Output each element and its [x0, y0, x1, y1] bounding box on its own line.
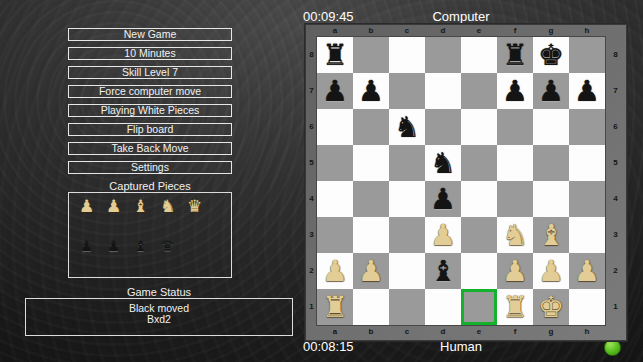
white-pawn-b2[interactable]: ♟ [353, 253, 389, 289]
board-squares: ♜♜♚♟♟♟♟♟♞♞♟♟♞♝♟♟♝♟♟♟♜♜♚ [317, 37, 605, 325]
rank-labels-left: 87654321 [306, 37, 317, 325]
square-c2[interactable] [389, 253, 425, 289]
file-label: a [317, 25, 353, 37]
sidebar: New Game10 MinutesSkill Level 7Force com… [68, 28, 232, 180]
square-g8[interactable]: ♚ [533, 37, 569, 73]
captured-white-pieces: ♟♟♝♞♛ [73, 195, 208, 217]
captured-white-queen: ♛ [181, 195, 208, 217]
square-f4[interactable] [497, 181, 533, 217]
square-a2[interactable]: ♟ [317, 253, 353, 289]
square-b3[interactable] [353, 217, 389, 253]
black-pawn-b7[interactable]: ♟ [353, 73, 389, 109]
black-bishop-d2[interactable]: ♝ [425, 253, 461, 289]
square-g1[interactable]: ♚ [533, 289, 569, 325]
file-label: b [353, 325, 389, 340]
file-label: h [569, 25, 605, 37]
rank-labels-right: 87654321 [605, 37, 626, 325]
captured-white-knight: ♞ [154, 195, 181, 217]
file-labels-top: abcdefgh [317, 25, 605, 37]
black-king-g8[interactable]: ♚ [533, 37, 569, 73]
rank-label: 5 [306, 145, 317, 181]
square-a7[interactable]: ♟ [317, 73, 353, 109]
square-d6[interactable] [425, 109, 461, 145]
square-c5[interactable] [389, 145, 425, 181]
chess-app-window: New Game10 MinutesSkill Level 7Force com… [0, 0, 643, 362]
square-d4[interactable]: ♟ [425, 181, 461, 217]
square-b5[interactable] [353, 145, 389, 181]
square-b1[interactable] [353, 289, 389, 325]
square-d5[interactable]: ♞ [425, 145, 461, 181]
black-pawn-d4[interactable]: ♟ [425, 181, 461, 217]
square-g2[interactable]: ♟ [533, 253, 569, 289]
file-label: d [425, 325, 461, 340]
square-f2[interactable]: ♟ [497, 253, 533, 289]
file-labels-bottom: abcdefgh [317, 325, 605, 340]
white-pawn-a2[interactable]: ♟ [317, 253, 353, 289]
file-label: a [317, 325, 353, 340]
square-e5[interactable] [461, 145, 497, 181]
square-b4[interactable] [353, 181, 389, 217]
square-d1[interactable] [425, 289, 461, 325]
square-c7[interactable] [389, 73, 425, 109]
black-knight-c6[interactable]: ♞ [389, 109, 425, 145]
square-b2[interactable]: ♟ [353, 253, 389, 289]
square-a1[interactable]: ♜ [317, 289, 353, 325]
sidebar-button-new-game[interactable]: New Game [68, 28, 232, 41]
square-e3[interactable] [461, 217, 497, 253]
white-bishop-g3[interactable]: ♝ [533, 217, 569, 253]
file-label: f [497, 325, 533, 340]
rank-label: 2 [306, 253, 317, 289]
square-a4[interactable] [317, 181, 353, 217]
black-rook-f8[interactable]: ♜ [497, 37, 533, 73]
sidebar-button-force-computer-move[interactable]: Force computer move [68, 85, 232, 98]
square-e8[interactable] [461, 37, 497, 73]
square-h7[interactable]: ♟ [569, 73, 605, 109]
square-f8[interactable]: ♜ [497, 37, 533, 73]
square-e6[interactable] [461, 109, 497, 145]
file-label: c [389, 25, 425, 37]
rank-label: 1 [306, 289, 317, 325]
square-h6[interactable] [569, 109, 605, 145]
captured-black-queen: ♛ [154, 235, 181, 257]
captured-black-pieces: ♟♟♝♛ [73, 235, 181, 257]
sidebar-button-playing-white-pieces[interactable]: Playing White Pieces [68, 104, 232, 117]
black-pawn-f7[interactable]: ♟ [497, 73, 533, 109]
square-h1[interactable] [569, 289, 605, 325]
file-label: b [353, 25, 389, 37]
square-b8[interactable] [353, 37, 389, 73]
rank-label: 2 [605, 253, 626, 289]
black-pawn-a7[interactable]: ♟ [317, 73, 353, 109]
game-status-title: Game Status [25, 286, 293, 298]
file-label: e [461, 325, 497, 340]
square-e7[interactable] [461, 73, 497, 109]
square-h3[interactable] [569, 217, 605, 253]
square-a6[interactable] [317, 109, 353, 145]
square-e1[interactable] [461, 289, 497, 325]
rank-label: 6 [605, 109, 626, 145]
square-c4[interactable] [389, 181, 425, 217]
sidebar-button-take-back-move[interactable]: Take Back Move [68, 142, 232, 155]
captured-white-pawn: ♟ [100, 195, 127, 217]
square-d2[interactable]: ♝ [425, 253, 461, 289]
square-g4[interactable] [533, 181, 569, 217]
black-rook-a8[interactable]: ♜ [317, 37, 353, 73]
captured-pieces-title: Captured Pieces [68, 180, 232, 192]
human-label: Human [305, 339, 617, 354]
white-knight-f3[interactable]: ♞ [497, 217, 533, 253]
game-status-box: Black moved Bxd2 [25, 298, 293, 336]
captured-pieces-box: ♟♟♝♞♛ ♟♟♝♛ [68, 192, 232, 278]
captured-black-pawn: ♟ [73, 235, 100, 257]
square-h8[interactable] [569, 37, 605, 73]
square-a8[interactable]: ♜ [317, 37, 353, 73]
square-g5[interactable] [533, 145, 569, 181]
sidebar-button-flip-board[interactable]: Flip board [68, 123, 232, 136]
file-label: e [461, 25, 497, 37]
file-label: c [389, 325, 425, 340]
rank-label: 3 [605, 217, 626, 253]
square-d3[interactable]: ♟ [425, 217, 461, 253]
file-label: f [497, 25, 533, 37]
square-d7[interactable] [425, 73, 461, 109]
file-label: g [533, 25, 569, 37]
sidebar-button-settings[interactable]: Settings [68, 161, 232, 174]
square-f1[interactable]: ♜ [497, 289, 533, 325]
rank-label: 3 [306, 217, 317, 253]
white-pawn-f2[interactable]: ♟ [497, 253, 533, 289]
white-king-g1[interactable]: ♚ [533, 289, 569, 325]
black-pawn-h7[interactable]: ♟ [569, 73, 605, 109]
white-pawn-d3[interactable]: ♟ [425, 217, 461, 253]
captured-white-bishop: ♝ [127, 195, 154, 217]
square-a5[interactable] [317, 145, 353, 181]
captured-white-pawn: ♟ [73, 195, 100, 217]
rank-label: 7 [306, 73, 317, 109]
square-a3[interactable] [317, 217, 353, 253]
black-knight-d5[interactable]: ♞ [425, 145, 461, 181]
square-b6[interactable] [353, 109, 389, 145]
square-g6[interactable] [533, 109, 569, 145]
sidebar-button-skill-level-7[interactable]: Skill Level 7 [68, 66, 232, 79]
square-c8[interactable] [389, 37, 425, 73]
square-f6[interactable] [497, 109, 533, 145]
square-d8[interactable] [425, 37, 461, 73]
square-b7[interactable]: ♟ [353, 73, 389, 109]
square-f3[interactable]: ♞ [497, 217, 533, 253]
rank-label: 4 [306, 181, 317, 217]
square-g3[interactable]: ♝ [533, 217, 569, 253]
rank-label: 7 [605, 73, 626, 109]
square-h2[interactable]: ♟ [569, 253, 605, 289]
file-label: h [569, 325, 605, 340]
square-c1[interactable] [389, 289, 425, 325]
file-label: g [533, 325, 569, 340]
white-rook-f1[interactable]: ♜ [497, 289, 533, 325]
rank-label: 4 [605, 181, 626, 217]
white-rook-a1[interactable]: ♜ [317, 289, 353, 325]
rank-label: 8 [605, 37, 626, 73]
square-h4[interactable] [569, 181, 605, 217]
captured-black-pawn: ♟ [100, 235, 127, 257]
rank-label: 6 [306, 109, 317, 145]
white-pawn-h2[interactable]: ♟ [569, 253, 605, 289]
rank-label: 8 [306, 37, 317, 73]
square-g7[interactable]: ♟ [533, 73, 569, 109]
captured-black-bishop: ♝ [127, 235, 154, 257]
sidebar-button-10-minutes[interactable]: 10 Minutes [68, 47, 232, 60]
file-label: d [425, 25, 461, 37]
square-f7[interactable]: ♟ [497, 73, 533, 109]
computer-label: Computer [305, 9, 617, 24]
black-pawn-g7[interactable]: ♟ [533, 73, 569, 109]
square-h5[interactable] [569, 145, 605, 181]
square-e4[interactable] [461, 181, 497, 217]
turn-indicator-dot [604, 339, 621, 356]
square-e2[interactable] [461, 253, 497, 289]
square-c6[interactable]: ♞ [389, 109, 425, 145]
white-pawn-g2[interactable]: ♟ [533, 253, 569, 289]
rank-label: 1 [605, 289, 626, 325]
square-f5[interactable] [497, 145, 533, 181]
square-c3[interactable] [389, 217, 425, 253]
status-line-2: Bxd2 [26, 314, 292, 325]
chess-board: abcdefgh abcdefgh 87654321 87654321 ♜♜♚♟… [305, 24, 627, 341]
rank-label: 5 [605, 145, 626, 181]
